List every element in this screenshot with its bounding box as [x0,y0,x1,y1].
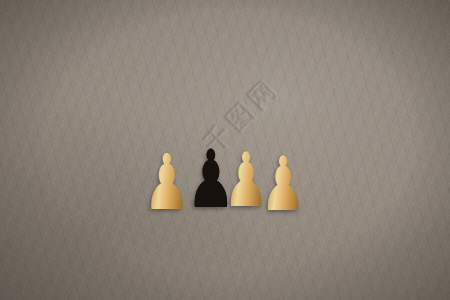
white-pawn-glyph: ♟ [260,147,306,222]
chess-pawns-photo: 千图网 ♟ ♟ ♟ ♟ [0,0,450,300]
white-pawn-3: ♟ [249,147,316,222]
